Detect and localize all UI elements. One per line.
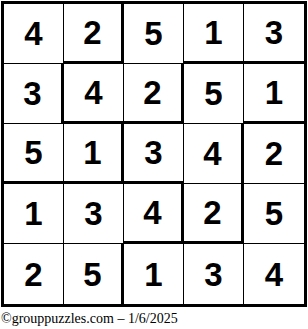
cell-r2c5: 1 [244, 64, 304, 124]
puzzle-page: 4251334251513421342525134 ©grouppuzzles.… [0, 0, 308, 329]
cell-r3c4: 4 [184, 124, 244, 184]
cell-r1c4: 1 [184, 4, 244, 64]
cell-r4c3: 4 [124, 184, 184, 244]
cell-r1c2: 2 [64, 4, 124, 64]
cell-r3c5: 2 [244, 124, 304, 184]
cell-r1c1: 4 [4, 4, 64, 64]
cell-r5c1: 2 [4, 244, 64, 304]
copyright-credit: ©grouppuzzles.com – 1/6/2025 [1, 311, 178, 327]
cell-r4c4: 2 [184, 184, 244, 244]
cell-r2c1: 3 [4, 64, 64, 124]
cell-r2c3: 2 [124, 64, 184, 124]
cell-r5c2: 5 [64, 244, 124, 304]
sudoku5-board: 4251334251513421342525134 [1, 1, 307, 307]
cell-r1c5: 3 [244, 4, 304, 64]
cell-r4c5: 5 [244, 184, 304, 244]
cell-r5c4: 3 [184, 244, 244, 304]
cell-r5c5: 4 [244, 244, 304, 304]
cell-r3c3: 3 [124, 124, 184, 184]
cell-r3c2: 1 [64, 124, 124, 184]
cell-r4c2: 3 [64, 184, 124, 244]
cell-r1c3: 5 [124, 4, 184, 64]
cell-r2c2: 4 [64, 64, 124, 124]
cell-r4c1: 1 [4, 184, 64, 244]
cell-r2c4: 5 [184, 64, 244, 124]
cell-r5c3: 1 [124, 244, 184, 304]
cell-r3c1: 5 [4, 124, 64, 184]
